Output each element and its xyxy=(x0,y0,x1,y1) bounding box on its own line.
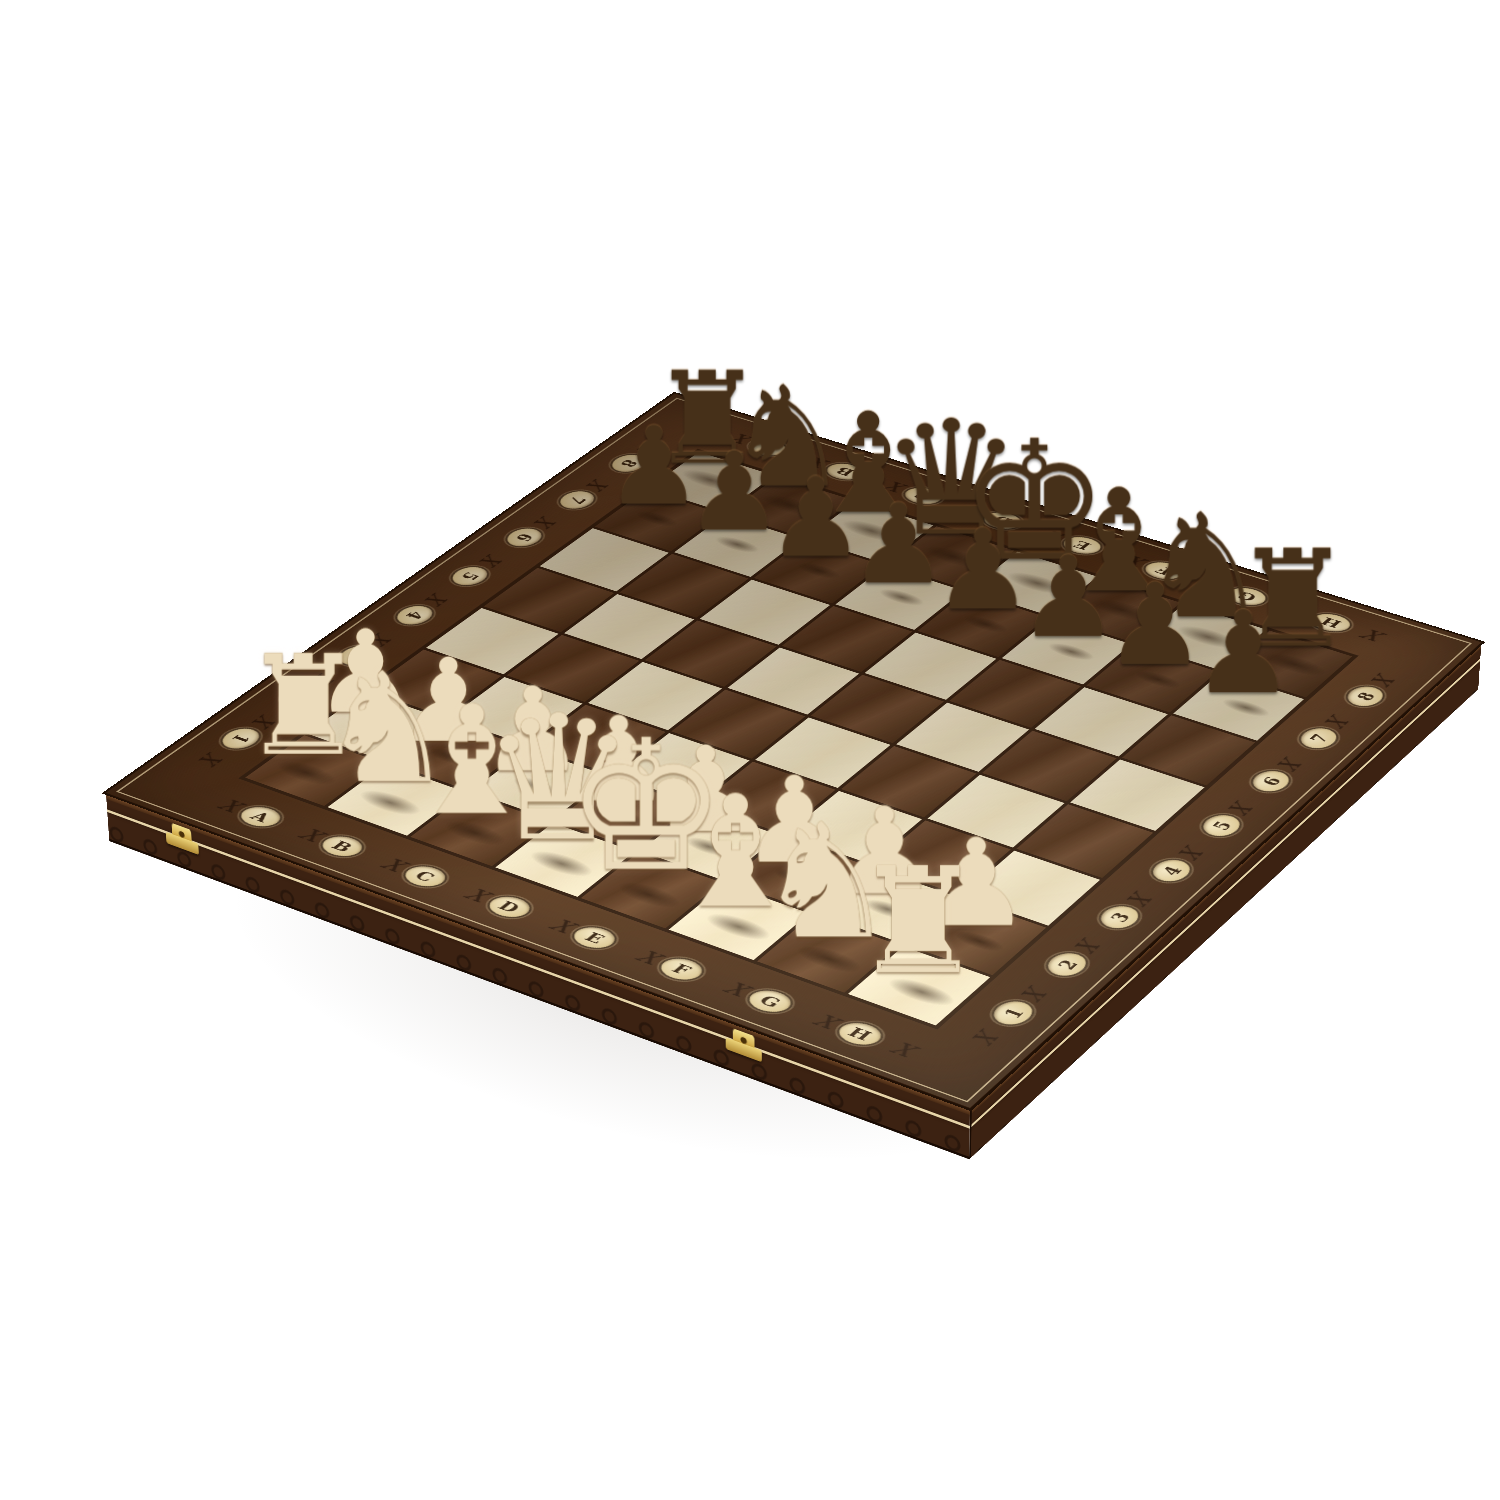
product-photo: XAXBXCXDXEXFXGXHX XAXBXCXDXEXFXGXHX X8X7… xyxy=(0,0,1500,1500)
white-rook-glyph: ♜ xyxy=(800,848,1037,995)
